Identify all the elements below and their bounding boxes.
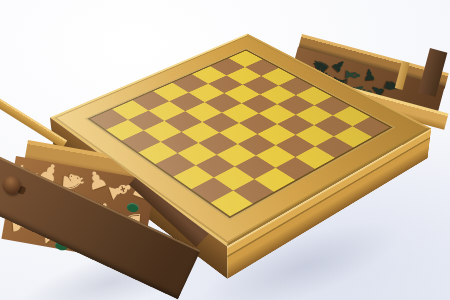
board-square bbox=[122, 131, 160, 153]
board-square bbox=[235, 156, 275, 179]
board-square bbox=[295, 125, 333, 146]
board-square bbox=[256, 145, 295, 168]
chess-piece: ♟ bbox=[328, 56, 348, 76]
board-square bbox=[333, 126, 371, 147]
board-square bbox=[191, 178, 232, 203]
board-square bbox=[210, 191, 252, 217]
board-square bbox=[173, 165, 213, 189]
board-square bbox=[257, 124, 295, 145]
board-square bbox=[295, 146, 335, 169]
board-square bbox=[138, 142, 177, 164]
board-square bbox=[216, 144, 255, 166]
board-square bbox=[237, 134, 276, 156]
board-square bbox=[143, 121, 181, 142]
board-square bbox=[177, 143, 216, 165]
board-square bbox=[219, 123, 257, 144]
board-square bbox=[160, 132, 198, 154]
photo-stage: ♞♟♝♟♜♟♛♟♚♟♞ ♜♟♞♟♝♟♛♟♚♟♞♟♝♟♜♟ bbox=[0, 0, 450, 300]
felt-base bbox=[126, 202, 139, 213]
board-square bbox=[155, 153, 195, 176]
board-square bbox=[254, 168, 295, 192]
board-square bbox=[195, 154, 235, 177]
board-square bbox=[181, 122, 219, 143]
board-square bbox=[198, 133, 237, 155]
board-square bbox=[276, 135, 315, 157]
board-square bbox=[275, 157, 315, 180]
board-square bbox=[233, 179, 274, 204]
board-square bbox=[213, 166, 254, 190]
chess-piece: ♟ bbox=[362, 67, 377, 83]
board-square bbox=[315, 136, 354, 158]
chess-piece: ♝ bbox=[342, 66, 362, 85]
